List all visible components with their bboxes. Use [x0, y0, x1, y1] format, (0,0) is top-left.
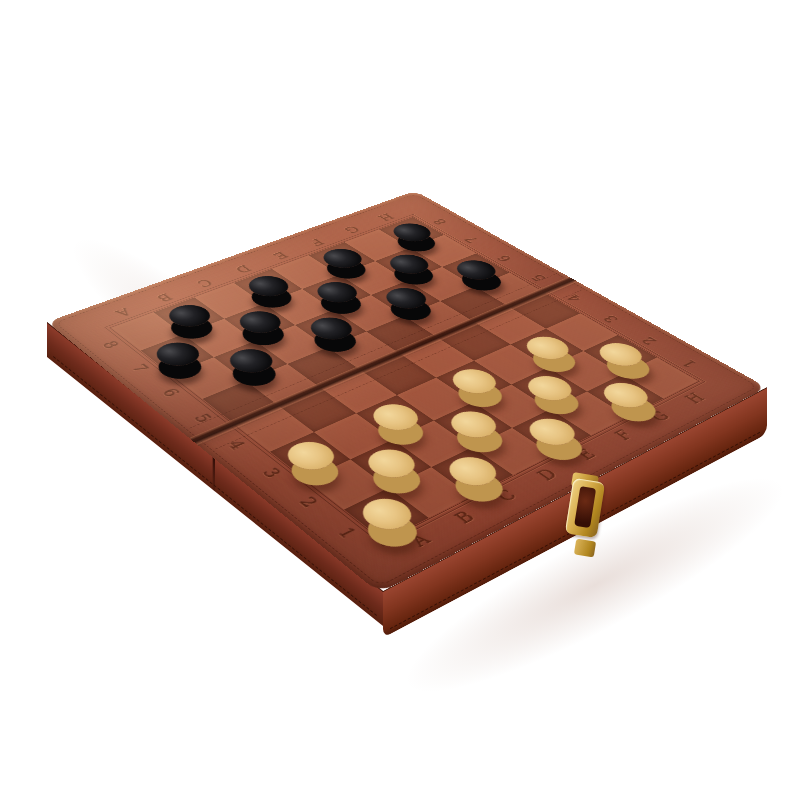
clasp-buckle	[563, 474, 609, 560]
clasp-hole	[574, 486, 596, 528]
fold-notch	[213, 456, 215, 492]
clasp-ring	[565, 478, 605, 538]
clasp-catch	[574, 539, 596, 558]
product-photo-scene: AABBCCDDEEFFGGHH8877665544332211	[0, 0, 800, 800]
